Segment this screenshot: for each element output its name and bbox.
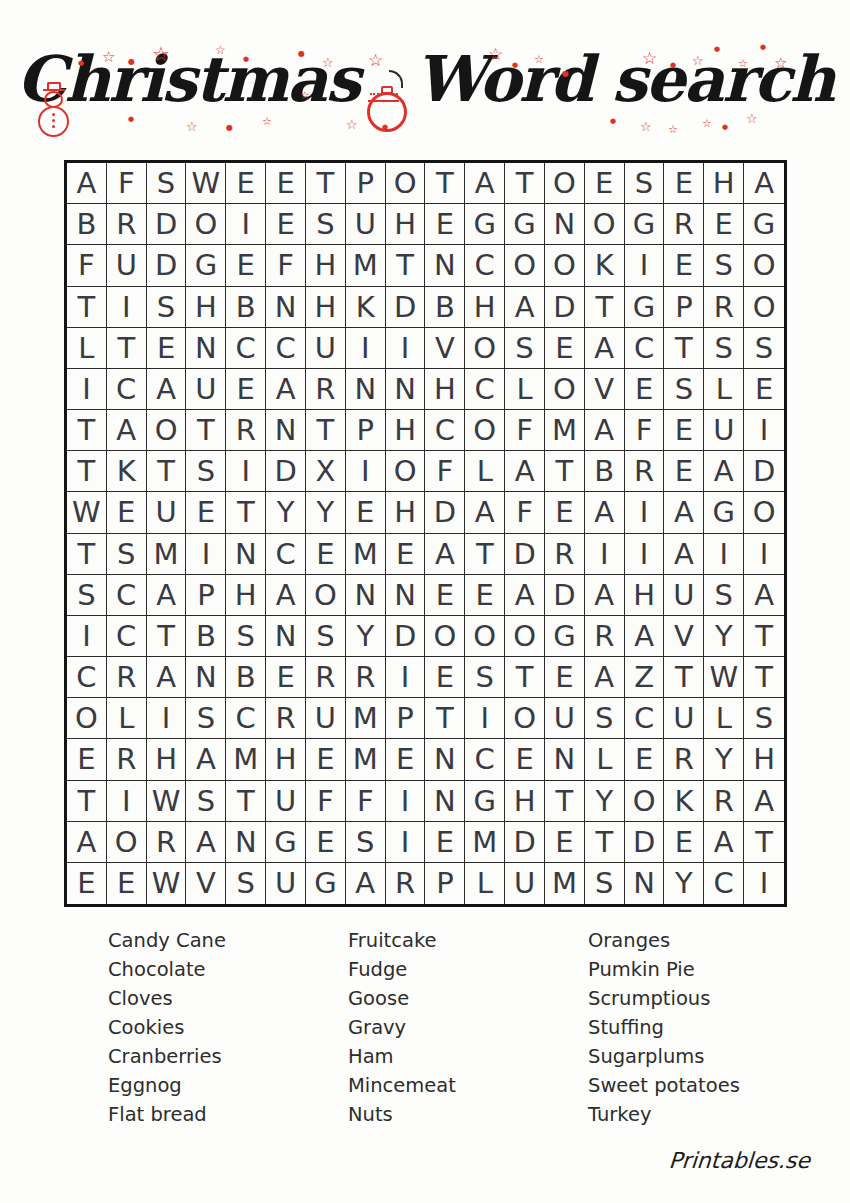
grid-cell[interactable]: A	[664, 534, 704, 575]
grid-cell[interactable]: T	[67, 451, 107, 492]
grid-cell[interactable]: S	[107, 534, 147, 575]
grid-cell[interactable]: O	[545, 245, 585, 286]
grid-cell[interactable]: N	[186, 657, 226, 698]
grid-cell[interactable]: N	[625, 863, 665, 904]
grid-cell[interactable]: B	[67, 204, 107, 245]
grid-cell[interactable]: E	[425, 822, 465, 863]
grid-cell[interactable]: N	[425, 245, 465, 286]
grid-cell[interactable]: E	[545, 822, 585, 863]
grid-cell[interactable]: R	[585, 616, 625, 657]
grid-cell[interactable]: W	[704, 657, 744, 698]
grid-cell[interactable]: S	[67, 575, 107, 616]
grid-cell[interactable]: T	[744, 822, 784, 863]
grid-cell[interactable]: M	[545, 410, 585, 451]
grid-cell[interactable]: S	[186, 451, 226, 492]
grid-cell[interactable]: U	[664, 575, 704, 616]
grid-cell[interactable]: H	[186, 287, 226, 328]
grid-cell[interactable]: E	[107, 863, 147, 904]
grid-cell[interactable]: S	[147, 287, 187, 328]
grid-cell[interactable]: P	[425, 863, 465, 904]
grid-cell[interactable]: B	[226, 287, 266, 328]
grid-cell[interactable]: P	[186, 575, 226, 616]
grid-cell[interactable]: A	[465, 492, 505, 533]
grid-cell[interactable]: E	[505, 739, 545, 780]
grid-cell[interactable]: R	[147, 822, 187, 863]
grid-cell[interactable]: C	[67, 657, 107, 698]
grid-cell[interactable]: O	[147, 410, 187, 451]
grid-cell[interactable]: T	[545, 451, 585, 492]
grid-cell[interactable]: L	[465, 451, 505, 492]
grid-cell[interactable]: H	[226, 575, 266, 616]
grid-cell[interactable]: E	[306, 822, 346, 863]
grid-cell[interactable]: K	[585, 245, 625, 286]
grid-cell[interactable]: T	[67, 781, 107, 822]
grid-cell[interactable]: R	[704, 781, 744, 822]
grid-cell[interactable]: I	[147, 698, 187, 739]
grid-cell[interactable]: D	[147, 204, 187, 245]
grid-cell[interactable]: S	[704, 245, 744, 286]
grid-cell[interactable]: S	[465, 657, 505, 698]
grid-cell[interactable]: I	[346, 328, 386, 369]
grid-cell[interactable]: A	[585, 410, 625, 451]
grid-cell[interactable]: A	[585, 657, 625, 698]
grid-cell[interactable]: D	[625, 822, 665, 863]
grid-cell[interactable]: R	[704, 287, 744, 328]
grid-cell[interactable]: E	[147, 328, 187, 369]
grid-cell[interactable]: N	[266, 287, 306, 328]
grid-cell[interactable]: I	[107, 781, 147, 822]
grid-cell[interactable]: T	[107, 328, 147, 369]
grid-cell[interactable]: O	[744, 245, 784, 286]
grid-cell[interactable]: B	[186, 616, 226, 657]
grid-cell[interactable]: M	[465, 822, 505, 863]
grid-cell[interactable]: E	[425, 575, 465, 616]
grid-cell[interactable]: A	[585, 575, 625, 616]
grid-cell[interactable]: N	[425, 739, 465, 780]
grid-cell[interactable]: E	[465, 575, 505, 616]
grid-cell[interactable]: S	[147, 163, 187, 204]
grid-cell[interactable]: R	[386, 863, 426, 904]
grid-cell[interactable]: A	[505, 575, 545, 616]
grid-cell[interactable]: C	[625, 698, 665, 739]
grid-cell[interactable]: C	[465, 245, 505, 286]
grid-cell[interactable]: Y	[664, 863, 704, 904]
grid-cell[interactable]: C	[465, 369, 505, 410]
grid-cell[interactable]: O	[465, 410, 505, 451]
grid-cell[interactable]: R	[625, 451, 665, 492]
grid-cell[interactable]: C	[107, 575, 147, 616]
grid-cell[interactable]: E	[266, 163, 306, 204]
grid-cell[interactable]: A	[585, 492, 625, 533]
grid-cell[interactable]: H	[625, 575, 665, 616]
grid-cell[interactable]: O	[386, 451, 426, 492]
grid-cell[interactable]: S	[744, 328, 784, 369]
grid-cell[interactable]: L	[704, 698, 744, 739]
grid-cell[interactable]: T	[226, 492, 266, 533]
grid-cell[interactable]: I	[625, 534, 665, 575]
grid-cell[interactable]: N	[545, 739, 585, 780]
grid-cell[interactable]: E	[226, 369, 266, 410]
grid-cell[interactable]: E	[664, 245, 704, 286]
grid-cell[interactable]: Y	[346, 616, 386, 657]
grid-cell[interactable]: U	[107, 245, 147, 286]
grid-cell[interactable]: N	[186, 328, 226, 369]
grid-cell[interactable]: C	[266, 328, 306, 369]
grid-cell[interactable]: N	[545, 204, 585, 245]
grid-cell[interactable]: U	[186, 369, 226, 410]
grid-cell[interactable]: O	[744, 492, 784, 533]
grid-cell[interactable]: A	[505, 451, 545, 492]
grid-cell[interactable]: D	[386, 287, 426, 328]
grid-cell[interactable]: I	[386, 328, 426, 369]
grid-cell[interactable]: H	[386, 410, 426, 451]
grid-cell[interactable]: K	[107, 451, 147, 492]
grid-cell[interactable]: O	[505, 245, 545, 286]
grid-cell[interactable]: T	[664, 657, 704, 698]
grid-cell[interactable]: I	[67, 369, 107, 410]
grid-cell[interactable]: I	[585, 534, 625, 575]
grid-cell[interactable]: I	[226, 204, 266, 245]
grid-cell[interactable]: H	[306, 287, 346, 328]
grid-cell[interactable]: A	[266, 575, 306, 616]
grid-cell[interactable]: O	[306, 575, 346, 616]
grid-cell[interactable]: M	[545, 863, 585, 904]
grid-cell[interactable]: A	[67, 822, 107, 863]
grid-cell[interactable]: W	[186, 163, 226, 204]
grid-cell[interactable]: N	[386, 575, 426, 616]
grid-cell[interactable]: G	[266, 822, 306, 863]
grid-cell[interactable]: R	[266, 698, 306, 739]
grid-cell[interactable]: M	[346, 739, 386, 780]
grid-cell[interactable]: C	[704, 863, 744, 904]
grid-cell[interactable]: R	[107, 739, 147, 780]
grid-cell[interactable]: K	[664, 781, 704, 822]
grid-cell[interactable]: S	[704, 575, 744, 616]
grid-cell[interactable]: U	[505, 863, 545, 904]
grid-cell[interactable]: M	[346, 534, 386, 575]
grid-cell[interactable]: H	[386, 492, 426, 533]
grid-cell[interactable]: I	[386, 822, 426, 863]
grid-cell[interactable]: E	[664, 822, 704, 863]
grid-cell[interactable]: F	[625, 410, 665, 451]
grid-cell[interactable]: I	[226, 451, 266, 492]
grid-cell[interactable]: O	[585, 204, 625, 245]
grid-cell[interactable]: P	[346, 163, 386, 204]
grid-cell[interactable]: O	[67, 698, 107, 739]
grid-cell[interactable]: I	[625, 492, 665, 533]
grid-cell[interactable]: O	[465, 616, 505, 657]
grid-cell[interactable]: C	[425, 410, 465, 451]
grid-cell[interactable]: W	[147, 781, 187, 822]
grid-cell[interactable]: I	[67, 616, 107, 657]
grid-cell[interactable]: E	[67, 863, 107, 904]
grid-cell[interactable]: O	[625, 781, 665, 822]
grid-cell[interactable]: H	[465, 287, 505, 328]
grid-cell[interactable]: D	[545, 575, 585, 616]
grid-cell[interactable]: O	[744, 287, 784, 328]
grid-cell[interactable]: T	[744, 657, 784, 698]
grid-cell[interactable]: I	[744, 534, 784, 575]
grid-cell[interactable]: G	[505, 204, 545, 245]
grid-cell[interactable]: S	[226, 616, 266, 657]
grid-cell[interactable]: I	[744, 863, 784, 904]
grid-cell[interactable]: A	[704, 822, 744, 863]
grid-cell[interactable]: T	[226, 781, 266, 822]
grid-cell[interactable]: P	[346, 410, 386, 451]
grid-cell[interactable]: H	[266, 739, 306, 780]
grid-cell[interactable]: I	[704, 534, 744, 575]
grid-cell[interactable]: S	[664, 369, 704, 410]
grid-cell[interactable]: D	[744, 451, 784, 492]
grid-cell[interactable]: E	[266, 204, 306, 245]
grid-cell[interactable]: V	[585, 369, 625, 410]
grid-cell[interactable]: H	[306, 245, 346, 286]
grid-cell[interactable]: T	[147, 616, 187, 657]
grid-cell[interactable]: E	[744, 369, 784, 410]
grid-cell[interactable]: U	[306, 698, 346, 739]
grid-cell[interactable]: T	[67, 534, 107, 575]
grid-cell[interactable]: T	[67, 287, 107, 328]
grid-cell[interactable]: D	[505, 534, 545, 575]
grid-cell[interactable]: S	[505, 328, 545, 369]
grid-cell[interactable]: G	[625, 287, 665, 328]
grid-cell[interactable]: R	[346, 657, 386, 698]
grid-cell[interactable]: A	[186, 822, 226, 863]
grid-cell[interactable]: E	[625, 369, 665, 410]
grid-cell[interactable]: E	[425, 657, 465, 698]
grid-cell[interactable]: Z	[625, 657, 665, 698]
grid-cell[interactable]: S	[704, 328, 744, 369]
grid-cell[interactable]: M	[346, 698, 386, 739]
grid-cell[interactable]: G	[465, 204, 505, 245]
grid-cell[interactable]: A	[147, 575, 187, 616]
grid-cell[interactable]: L	[704, 369, 744, 410]
grid-cell[interactable]: L	[505, 369, 545, 410]
grid-cell[interactable]: A	[107, 410, 147, 451]
grid-cell[interactable]: F	[425, 451, 465, 492]
grid-cell[interactable]: S	[186, 698, 226, 739]
grid-cell[interactable]: I	[386, 781, 426, 822]
grid-cell[interactable]: L	[465, 863, 505, 904]
grid-cell[interactable]: R	[664, 739, 704, 780]
grid-cell[interactable]: D	[386, 616, 426, 657]
grid-cell[interactable]: W	[147, 863, 187, 904]
grid-cell[interactable]: G	[704, 492, 744, 533]
grid-cell[interactable]: T	[545, 781, 585, 822]
grid-cell[interactable]: I	[346, 451, 386, 492]
grid-cell[interactable]: S	[744, 698, 784, 739]
grid-cell[interactable]: Y	[306, 492, 346, 533]
grid-cell[interactable]: C	[625, 328, 665, 369]
grid-cell[interactable]: K	[346, 287, 386, 328]
grid-cell[interactable]: H	[744, 739, 784, 780]
grid-cell[interactable]: A	[704, 451, 744, 492]
grid-cell[interactable]: E	[186, 492, 226, 533]
grid-cell[interactable]: Y	[704, 616, 744, 657]
grid-cell[interactable]: H	[147, 739, 187, 780]
grid-cell[interactable]: D	[505, 822, 545, 863]
grid-cell[interactable]: T	[425, 163, 465, 204]
grid-cell[interactable]: T	[585, 822, 625, 863]
grid-cell[interactable]: U	[545, 698, 585, 739]
grid-cell[interactable]: I	[465, 698, 505, 739]
grid-cell[interactable]: V	[186, 863, 226, 904]
grid-cell[interactable]: Y	[585, 781, 625, 822]
grid-cell[interactable]: T	[664, 328, 704, 369]
grid-cell[interactable]: F	[505, 410, 545, 451]
grid-cell[interactable]: G	[465, 781, 505, 822]
grid-cell[interactable]: T	[585, 287, 625, 328]
grid-cell[interactable]: P	[664, 287, 704, 328]
grid-cell[interactable]: N	[346, 575, 386, 616]
grid-cell[interactable]: U	[664, 698, 704, 739]
grid-cell[interactable]: R	[306, 369, 346, 410]
grid-cell[interactable]: S	[186, 781, 226, 822]
grid-cell[interactable]: E	[664, 410, 704, 451]
grid-cell[interactable]: V	[664, 616, 704, 657]
grid-cell[interactable]: G	[545, 616, 585, 657]
grid-cell[interactable]: O	[505, 616, 545, 657]
grid-cell[interactable]: D	[545, 287, 585, 328]
grid-cell[interactable]: O	[386, 163, 426, 204]
grid-cell[interactable]: A	[625, 616, 665, 657]
grid-cell[interactable]: E	[266, 657, 306, 698]
grid-cell[interactable]: A	[505, 287, 545, 328]
grid-cell[interactable]: A	[147, 657, 187, 698]
grid-cell[interactable]: S	[625, 163, 665, 204]
grid-cell[interactable]: E	[386, 534, 426, 575]
grid-cell[interactable]: E	[306, 739, 346, 780]
grid-cell[interactable]: E	[664, 163, 704, 204]
grid-cell[interactable]: S	[306, 616, 346, 657]
grid-cell[interactable]: S	[226, 863, 266, 904]
grid-cell[interactable]: E	[226, 245, 266, 286]
grid-cell[interactable]: G	[744, 204, 784, 245]
grid-cell[interactable]: B	[226, 657, 266, 698]
grid-cell[interactable]: S	[585, 698, 625, 739]
grid-cell[interactable]: E	[346, 492, 386, 533]
grid-cell[interactable]: M	[147, 534, 187, 575]
grid-cell[interactable]: H	[386, 204, 426, 245]
grid-cell[interactable]: E	[664, 451, 704, 492]
grid-cell[interactable]: C	[465, 739, 505, 780]
grid-cell[interactable]: N	[425, 781, 465, 822]
grid-cell[interactable]: A	[744, 163, 784, 204]
grid-cell[interactable]: A	[744, 575, 784, 616]
grid-cell[interactable]: C	[107, 369, 147, 410]
grid-cell[interactable]: U	[266, 781, 306, 822]
grid-cell[interactable]: O	[425, 616, 465, 657]
grid-cell[interactable]: Y	[266, 492, 306, 533]
grid-cell[interactable]: N	[226, 822, 266, 863]
grid-cell[interactable]: H	[704, 163, 744, 204]
grid-cell[interactable]: S	[306, 204, 346, 245]
grid-cell[interactable]: R	[306, 657, 346, 698]
grid-cell[interactable]: E	[545, 328, 585, 369]
grid-cell[interactable]: E	[107, 492, 147, 533]
grid-cell[interactable]: A	[147, 369, 187, 410]
grid-cell[interactable]: D	[425, 492, 465, 533]
grid-cell[interactable]: O	[505, 698, 545, 739]
grid-cell[interactable]: D	[266, 451, 306, 492]
grid-cell[interactable]: F	[266, 245, 306, 286]
grid-cell[interactable]: I	[186, 534, 226, 575]
grid-cell[interactable]: R	[107, 204, 147, 245]
grid-cell[interactable]: E	[625, 739, 665, 780]
grid-cell[interactable]: C	[266, 534, 306, 575]
grid-cell[interactable]: F	[107, 163, 147, 204]
grid-cell[interactable]: N	[266, 616, 306, 657]
grid-cell[interactable]: A	[664, 492, 704, 533]
grid-cell[interactable]: E	[386, 739, 426, 780]
grid-cell[interactable]: H	[425, 369, 465, 410]
grid-cell[interactable]: G	[186, 245, 226, 286]
grid-cell[interactable]: M	[226, 739, 266, 780]
grid-cell[interactable]: I	[625, 245, 665, 286]
grid-cell[interactable]: A	[346, 863, 386, 904]
grid-cell[interactable]: U	[346, 204, 386, 245]
grid-cell[interactable]: E	[425, 204, 465, 245]
grid-cell[interactable]: A	[585, 328, 625, 369]
grid-cell[interactable]: U	[306, 328, 346, 369]
grid-cell[interactable]: C	[226, 698, 266, 739]
grid-cell[interactable]: T	[67, 410, 107, 451]
grid-cell[interactable]: A	[425, 534, 465, 575]
grid-cell[interactable]: A	[465, 163, 505, 204]
grid-cell[interactable]: R	[664, 204, 704, 245]
grid-cell[interactable]: E	[306, 534, 346, 575]
grid-cell[interactable]: C	[226, 328, 266, 369]
grid-cell[interactable]: B	[585, 451, 625, 492]
grid-cell[interactable]: N	[386, 369, 426, 410]
grid-cell[interactable]: T	[306, 410, 346, 451]
grid-cell[interactable]: O	[545, 163, 585, 204]
grid-cell[interactable]: R	[107, 657, 147, 698]
grid-cell[interactable]: L	[67, 328, 107, 369]
grid-cell[interactable]: L	[585, 739, 625, 780]
grid-cell[interactable]: E	[545, 492, 585, 533]
grid-cell[interactable]: P	[386, 698, 426, 739]
grid-cell[interactable]: N	[226, 534, 266, 575]
grid-cell[interactable]: C	[107, 616, 147, 657]
grid-cell[interactable]: O	[186, 204, 226, 245]
grid-cell[interactable]: F	[346, 781, 386, 822]
grid-cell[interactable]: S	[585, 863, 625, 904]
grid-cell[interactable]: N	[346, 369, 386, 410]
grid-cell[interactable]: F	[505, 492, 545, 533]
grid-cell[interactable]: B	[425, 287, 465, 328]
grid-cell[interactable]: T	[505, 163, 545, 204]
grid-cell[interactable]: E	[67, 739, 107, 780]
grid-cell[interactable]: I	[386, 657, 426, 698]
grid-cell[interactable]: T	[147, 451, 187, 492]
grid-cell[interactable]: F	[67, 245, 107, 286]
grid-cell[interactable]: U	[266, 863, 306, 904]
grid-cell[interactable]: L	[107, 698, 147, 739]
grid-cell[interactable]: T	[186, 410, 226, 451]
grid-cell[interactable]: T	[386, 245, 426, 286]
grid-cell[interactable]: T	[425, 698, 465, 739]
grid-cell[interactable]: O	[465, 328, 505, 369]
grid-cell[interactable]: R	[545, 534, 585, 575]
grid-cell[interactable]: E	[545, 657, 585, 698]
grid-cell[interactable]: O	[545, 369, 585, 410]
grid-cell[interactable]: T	[505, 657, 545, 698]
grid-cell[interactable]: F	[306, 781, 346, 822]
grid-cell[interactable]: X	[306, 451, 346, 492]
grid-cell[interactable]: W	[67, 492, 107, 533]
grid-cell[interactable]: A	[186, 739, 226, 780]
